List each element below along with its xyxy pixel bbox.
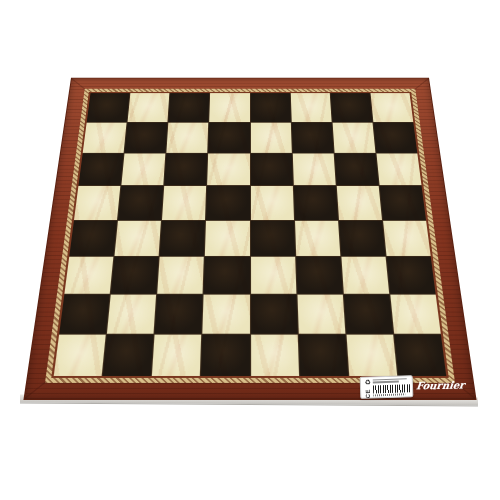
square-b4 (115, 220, 162, 255)
recycle-icon: ♻ (365, 379, 372, 386)
square-f3 (296, 256, 343, 293)
square-g1 (346, 335, 397, 376)
square-a5 (74, 186, 120, 219)
square-a3 (64, 256, 113, 293)
square-d1 (201, 335, 249, 376)
square-c2 (155, 294, 203, 333)
chess-board (23, 78, 476, 400)
square-d4 (205, 220, 249, 255)
sticker-text-line (373, 381, 399, 383)
square-b7 (125, 123, 168, 153)
mosaic-trim-border (45, 89, 455, 383)
square-e5 (250, 186, 293, 219)
square-h8 (370, 93, 413, 122)
square-f7 (291, 123, 333, 153)
square-e2 (251, 294, 298, 333)
square-c1 (152, 335, 201, 376)
sticker-content (373, 377, 411, 396)
square-h6 (376, 154, 421, 186)
square-f8 (290, 93, 331, 122)
square-e6 (250, 154, 292, 186)
square-a2 (59, 294, 110, 333)
inner-rim (51, 92, 449, 378)
square-c4 (160, 220, 205, 255)
square-f1 (298, 335, 347, 376)
square-c6 (164, 154, 207, 186)
square-h7 (373, 123, 417, 153)
square-b5 (118, 186, 163, 219)
square-c8 (169, 93, 210, 122)
square-g5 (337, 186, 382, 219)
square-h4 (383, 220, 431, 255)
square-d5 (206, 186, 249, 219)
square-e4 (251, 220, 295, 255)
sticker-marks: ♻ CE (363, 378, 374, 396)
square-e1 (251, 335, 299, 376)
square-d3 (204, 256, 249, 293)
square-h3 (386, 256, 435, 293)
square-d7 (209, 123, 250, 153)
square-e7 (250, 123, 291, 153)
square-b6 (121, 154, 165, 186)
square-d6 (207, 154, 249, 186)
product-barcode-sticker: ♻ CE (360, 375, 414, 399)
square-b3 (111, 256, 159, 293)
square-f4 (295, 220, 340, 255)
frame-miter-top-right (415, 78, 429, 89)
square-g7 (332, 123, 375, 153)
square-c3 (157, 256, 204, 293)
square-g8 (330, 93, 372, 122)
playing-field (54, 93, 447, 376)
square-g4 (339, 220, 386, 255)
frame-miter-bottom-left (24, 382, 45, 399)
square-e3 (251, 256, 296, 293)
barcode-icon (373, 384, 410, 394)
square-a6 (78, 154, 123, 186)
barcode-digits (373, 393, 405, 396)
square-h5 (380, 186, 426, 219)
square-d2 (203, 294, 250, 333)
square-b1 (103, 335, 154, 376)
square-g6 (334, 154, 378, 186)
square-a4 (69, 220, 117, 255)
square-d8 (210, 93, 250, 122)
frame-miter-top-left (71, 78, 85, 89)
square-a8 (87, 93, 130, 122)
square-f6 (292, 154, 335, 186)
square-c5 (162, 186, 206, 219)
ce-mark: CE (365, 389, 371, 399)
product-photo: ♻ CE Fournier (0, 0, 500, 500)
square-h1 (394, 335, 446, 376)
square-f2 (297, 294, 345, 333)
square-f5 (294, 186, 338, 219)
square-a1 (54, 335, 106, 376)
square-g2 (344, 294, 393, 333)
square-a7 (83, 123, 127, 153)
square-h2 (390, 294, 441, 333)
square-g3 (341, 256, 389, 293)
fournier-logo: Fournier (415, 381, 458, 392)
board-frame (23, 78, 476, 400)
square-b2 (107, 294, 156, 333)
square-c7 (167, 123, 209, 153)
square-e8 (250, 93, 290, 122)
square-b8 (128, 93, 170, 122)
